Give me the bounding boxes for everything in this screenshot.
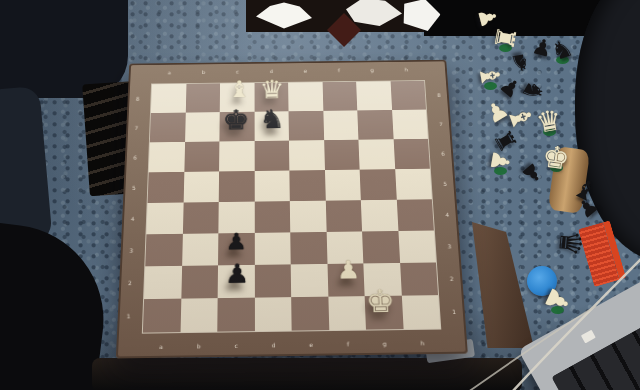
scattered-white-pawn: ♟: [539, 283, 575, 318]
rank-label: 7: [135, 125, 139, 130]
file-label: g: [383, 341, 387, 347]
square-a3: [145, 234, 182, 267]
white-pawn: ♟: [336, 257, 360, 282]
square-f7: [323, 110, 359, 140]
file-labels-top: abcdefgh: [152, 67, 423, 75]
square-e5: [289, 170, 325, 201]
rank-label: 8: [437, 93, 441, 98]
rank-label: 6: [133, 155, 137, 160]
square-c1: [217, 298, 254, 332]
white-king: ♚: [365, 285, 395, 317]
square-a4: [146, 203, 183, 235]
square-d5: [254, 171, 290, 202]
square-f2: ♟: [327, 263, 365, 296]
rank-label: 4: [445, 212, 449, 217]
dark-shape-left: [0, 86, 53, 246]
rank-label: 6: [441, 151, 445, 156]
photo-scene: ♝♛♚♞♟♟♟♚ abcdefgh abcdefgh 87654321 8765…: [0, 0, 640, 390]
file-label: d: [272, 343, 276, 349]
square-f5: [325, 170, 361, 201]
square-g3: [362, 231, 400, 263]
square-d6: [254, 141, 289, 171]
scattered-white-rook: ♜: [490, 24, 520, 51]
square-g5: [360, 169, 397, 200]
square-g8: [356, 81, 391, 110]
square-a2: [144, 266, 182, 299]
square-h1: [401, 295, 440, 329]
square-e4: [290, 201, 326, 233]
square-e6: [289, 140, 325, 170]
square-h5: [395, 169, 432, 200]
square-f4: [325, 200, 362, 232]
rank-label: 3: [129, 248, 133, 254]
square-a7: [150, 113, 186, 143]
square-g7: [357, 110, 393, 140]
square-d1: [254, 297, 291, 331]
square-b3: [182, 233, 219, 266]
black-knight: ♞: [259, 106, 285, 132]
square-a6: [149, 142, 185, 172]
file-label: e: [304, 69, 307, 74]
scattered-black-knight: ♞: [548, 35, 576, 65]
square-h4: [396, 199, 434, 231]
square-b2: [181, 265, 218, 298]
square-h2: [400, 262, 438, 295]
square-g6: [358, 139, 394, 169]
square-g4: [361, 200, 398, 232]
square-d7: ♞: [254, 111, 289, 141]
square-h6: [393, 139, 430, 169]
file-label: f: [338, 68, 340, 73]
file-label: a: [159, 344, 163, 350]
white-bishop: ♝: [228, 78, 251, 101]
square-f6: [324, 140, 360, 170]
board-grid: ♝♛♚♞♟♟♟♚: [143, 81, 440, 333]
file-label: d: [270, 69, 273, 74]
file-label: b: [197, 344, 201, 350]
rank-label: 4: [131, 216, 135, 221]
square-d4: [254, 201, 290, 233]
rank-labels-right: 87654321: [436, 81, 457, 329]
square-d2: [254, 264, 291, 297]
square-f8: [322, 82, 357, 111]
square-b8: [185, 83, 220, 112]
laptop-sticker: [581, 330, 596, 344]
square-d3: [254, 232, 290, 264]
square-e1: [291, 297, 329, 331]
rank-label: 7: [439, 121, 443, 126]
file-label: e: [309, 342, 313, 348]
square-c2: ♟: [218, 265, 255, 298]
file-label: c: [234, 343, 237, 349]
rank-label: 5: [443, 181, 447, 186]
white-queen: ♛: [259, 77, 284, 103]
square-b1: [180, 298, 218, 332]
scattered-white-queen: ♛: [534, 106, 564, 138]
square-h3: [398, 231, 436, 263]
square-b7: [185, 112, 220, 142]
square-a8: [151, 84, 186, 113]
square-c6: [219, 141, 254, 171]
square-g1: ♚: [365, 296, 403, 330]
scattered-white-pawn: ♟: [486, 148, 513, 173]
square-b6: [184, 141, 220, 171]
rank-label: 2: [450, 276, 454, 282]
rank-label: 8: [136, 96, 140, 101]
square-b5: [183, 171, 219, 202]
file-label: a: [168, 70, 171, 75]
shadow-under-board: [92, 358, 522, 390]
square-c7: ♚: [219, 112, 254, 142]
rank-label: 5: [132, 185, 136, 190]
square-f1: [328, 296, 366, 330]
square-e3: [290, 232, 327, 264]
file-label: c: [236, 70, 239, 75]
square-h8: [390, 81, 426, 110]
square-h7: [392, 110, 428, 140]
scattered-white-king: ♚: [541, 141, 572, 174]
file-label: g: [370, 68, 374, 73]
file-label: f: [347, 341, 349, 347]
rank-label: 1: [452, 309, 456, 315]
file-labels-bottom: abcdefgh: [142, 340, 441, 350]
square-a5: [148, 172, 184, 203]
square-e7: [289, 111, 324, 141]
square-e2: [291, 264, 328, 297]
table-edge: [472, 222, 534, 348]
black-pawn: ♟: [225, 261, 250, 287]
file-label: h: [404, 67, 408, 72]
square-a1: [143, 299, 181, 333]
rank-label: 3: [447, 243, 451, 249]
square-c5: [219, 171, 255, 202]
rank-labels-left: 87654321: [126, 84, 140, 332]
square-e8: [288, 82, 323, 111]
rank-label: 1: [127, 313, 131, 319]
scattered-black-queen: ♛: [554, 228, 586, 257]
square-b4: [182, 202, 218, 234]
file-label: h: [420, 340, 424, 346]
scattered-black-knight: ♞: [508, 49, 531, 74]
file-label: b: [202, 70, 206, 75]
scattered-black-knight: ♞: [517, 76, 549, 107]
black-king: ♚: [222, 106, 249, 134]
chess-board: ♝♛♚♞♟♟♟♚ abcdefgh abcdefgh 87654321 8765…: [116, 60, 468, 359]
rank-label: 2: [128, 280, 132, 286]
black-pawn: ♟: [225, 230, 247, 253]
